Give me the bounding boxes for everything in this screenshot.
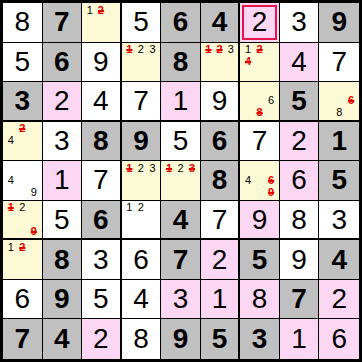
- cell-r4c4[interactable]: 9: [122, 122, 162, 162]
- cell-r9c6[interactable]: 5: [201, 319, 241, 359]
- cell-value: 9: [133, 127, 149, 155]
- cell-r2c9[interactable]: 7: [319, 43, 359, 83]
- cell-r2c7[interactable]: 124: [240, 43, 280, 83]
- cell-value: 5: [93, 285, 109, 313]
- candidates: 123: [161, 161, 200, 200]
- cell-r1c3[interactable]: 12: [82, 3, 122, 43]
- cell-r9c5[interactable]: 9: [161, 319, 201, 359]
- candidates: 123: [122, 43, 161, 82]
- cell-r1c5[interactable]: 6: [161, 3, 201, 43]
- candidates: 68: [240, 82, 279, 120]
- cell-r6c4[interactable]: 12: [122, 201, 162, 241]
- cell-r8c7[interactable]: 8: [240, 280, 280, 320]
- cell-value: 4: [93, 87, 109, 115]
- cell-value: 2: [252, 8, 268, 36]
- excluded-candidate-6: 6: [265, 174, 277, 186]
- cell-r5c8[interactable]: 6: [280, 161, 320, 201]
- excluded-candidate-2: 2: [214, 44, 225, 56]
- cell-r5c4[interactable]: 123: [122, 161, 162, 201]
- cell-value: 5: [133, 8, 149, 36]
- excluded-candidate-9: 9: [265, 187, 277, 199]
- cell-r2c8[interactable]: 4: [280, 43, 320, 83]
- cell-value: 1: [291, 325, 307, 353]
- cell-r9c7[interactable]: 3: [240, 319, 280, 359]
- cell-value: 9: [93, 48, 109, 76]
- cell-r8c4[interactable]: 4: [122, 280, 162, 320]
- cell-r3c1[interactable]: 3: [3, 82, 43, 122]
- cell-r3c2[interactable]: 2: [43, 82, 83, 122]
- cell-value: 2: [291, 127, 307, 155]
- candidate-2: 2: [135, 162, 147, 174]
- cell-r1c1[interactable]: 8: [3, 3, 43, 43]
- cell-value: 8: [173, 48, 189, 76]
- cell-value: 3: [54, 127, 70, 155]
- cell-value: 4: [173, 206, 189, 234]
- cell-value: 8: [54, 246, 70, 274]
- cell-r5c6[interactable]: 8: [201, 161, 241, 201]
- cell-value: 1: [54, 166, 70, 194]
- cell-value: 5: [14, 48, 30, 76]
- cell-r6c2[interactable]: 5: [43, 201, 83, 241]
- cell-value: 7: [212, 206, 228, 234]
- candidate-2: 2: [135, 202, 147, 214]
- cell-r2c4[interactable]: 123: [122, 43, 162, 83]
- candidate-2: 2: [17, 202, 29, 214]
- cell-value: 6: [54, 48, 70, 76]
- cell-value: 7: [93, 166, 109, 194]
- cell-r6c5[interactable]: 4: [161, 201, 201, 241]
- cell-r3c8[interactable]: 5: [280, 82, 320, 122]
- cell-r7c1[interactable]: 12: [3, 240, 43, 280]
- cell-r5c2[interactable]: 1: [43, 161, 83, 201]
- cell-value: 1: [331, 127, 347, 155]
- sudoku-grid: 8712564239569123812312447324719685682438…: [0, 0, 362, 362]
- cell-value: 7: [331, 48, 347, 76]
- cell-value: 8: [291, 206, 307, 234]
- excluded-candidate-2: 2: [17, 241, 29, 253]
- cell-r8c3[interactable]: 5: [82, 280, 122, 320]
- cell-r2c6[interactable]: 123: [201, 43, 241, 83]
- cell-value: 8: [93, 127, 109, 155]
- candidates: 68: [319, 82, 359, 120]
- cell-value: 2: [54, 87, 70, 115]
- cell-r4c5[interactable]: 5: [161, 122, 201, 162]
- cell-value: 8: [14, 8, 30, 36]
- cell-r7c9[interactable]: 4: [319, 240, 359, 280]
- cell-value: 5: [331, 166, 347, 194]
- cell-r7c3[interactable]: 3: [82, 240, 122, 280]
- cell-r6c9[interactable]: 3: [319, 201, 359, 241]
- candidates: 129: [3, 201, 42, 239]
- cell-value: 9: [331, 8, 347, 36]
- candidates: 12: [82, 3, 120, 42]
- excluded-candidate-6: 6: [345, 95, 357, 107]
- cell-r1c9[interactable]: 9: [319, 3, 359, 43]
- cell-value: 7: [133, 87, 149, 115]
- candidates: 123: [122, 161, 161, 200]
- cell-value: 5: [173, 127, 189, 155]
- candidate-9: 9: [28, 187, 40, 199]
- excluded-candidate-1: 1: [124, 162, 136, 174]
- excluded-candidate-2: 2: [17, 123, 29, 135]
- cell-value: 6: [133, 246, 149, 274]
- cell-value: 3: [93, 246, 109, 274]
- cell-r9c1[interactable]: 7: [3, 319, 43, 359]
- cell-r2c2[interactable]: 6: [43, 43, 83, 83]
- cell-r8c6[interactable]: 1: [201, 280, 241, 320]
- cell-value: 1: [212, 285, 228, 313]
- cell-r9c3[interactable]: 2: [82, 319, 122, 359]
- cell-value: 8: [252, 285, 268, 313]
- cell-r5c5[interactable]: 123: [161, 161, 201, 201]
- candidate-6: 6: [265, 95, 277, 107]
- cell-value: 6: [14, 285, 30, 313]
- cell-r1c8[interactable]: 3: [280, 3, 320, 43]
- cell-r3c7[interactable]: 68: [240, 82, 280, 122]
- cell-value: 5: [252, 246, 268, 274]
- cell-value: 2: [212, 246, 228, 274]
- cell-value: 6: [212, 127, 228, 155]
- candidates: 12: [3, 240, 42, 279]
- cell-value: 5: [212, 325, 228, 353]
- cell-value: 1: [173, 87, 189, 115]
- cell-r8c8[interactable]: 7: [280, 280, 320, 320]
- cell-r4c2[interactable]: 3: [43, 122, 83, 162]
- cell-r4c1[interactable]: 24: [3, 122, 43, 162]
- cell-value: 3: [14, 87, 30, 115]
- candidate-1: 1: [84, 4, 95, 16]
- cell-value: 7: [54, 8, 70, 36]
- cell-value: 9: [212, 87, 228, 115]
- excluded-candidate-4: 4: [242, 56, 254, 68]
- cell-value: 4: [54, 325, 70, 353]
- cell-r1c2[interactable]: 7: [43, 3, 83, 43]
- cell-value: 2: [331, 285, 347, 313]
- candidate-4: 4: [5, 174, 17, 186]
- cell-value: 9: [252, 206, 268, 234]
- candidate-2: 2: [175, 162, 187, 174]
- candidates: 24: [3, 122, 42, 161]
- cell-r4c3[interactable]: 8: [82, 122, 122, 162]
- candidates: 49: [3, 161, 42, 200]
- cell-r4c6[interactable]: 6: [201, 122, 241, 162]
- cell-value: 7: [14, 325, 30, 353]
- cell-r7c8[interactable]: 9: [280, 240, 320, 280]
- candidate-4: 4: [5, 135, 17, 147]
- excluded-candidate-1: 1: [163, 162, 175, 174]
- cell-r2c5[interactable]: 8: [161, 43, 201, 83]
- cell-value: 6: [93, 206, 109, 234]
- cell-r6c8[interactable]: 8: [280, 201, 320, 241]
- cell-r3c9[interactable]: 68: [319, 82, 359, 122]
- candidates: 12: [122, 201, 161, 239]
- cell-r2c1[interactable]: 5: [3, 43, 43, 83]
- candidate-3: 3: [147, 44, 159, 56]
- cell-r3c3[interactable]: 4: [82, 82, 122, 122]
- cell-r4c9[interactable]: 1: [319, 122, 359, 162]
- cell-value: 9: [291, 246, 307, 274]
- cell-value: 5: [291, 87, 307, 115]
- cell-r6c3[interactable]: 6: [82, 201, 122, 241]
- cell-r7c6[interactable]: 2: [201, 240, 241, 280]
- cell-r1c4[interactable]: 5: [122, 3, 162, 43]
- cell-r9c2[interactable]: 4: [43, 319, 83, 359]
- cell-r6c7[interactable]: 9: [240, 201, 280, 241]
- cell-value: 6: [291, 166, 307, 194]
- cell-value: 8: [212, 166, 228, 194]
- candidate-1: 1: [5, 241, 17, 253]
- cell-r9c4[interactable]: 8: [122, 319, 162, 359]
- excluded-candidate-2: 2: [254, 44, 266, 56]
- cell-r4c8[interactable]: 2: [280, 122, 320, 162]
- cell-value: 7: [252, 127, 268, 155]
- cell-r1c6[interactable]: 4: [201, 3, 241, 43]
- cell-r7c2[interactable]: 8: [43, 240, 83, 280]
- excluded-candidate-3: 3: [186, 162, 198, 174]
- cell-value: 4: [331, 246, 347, 274]
- cell-r9c9[interactable]: 6: [319, 319, 359, 359]
- cell-r4c7[interactable]: 7: [240, 122, 280, 162]
- cell-value: 4: [291, 48, 307, 76]
- candidates: 123: [201, 43, 239, 82]
- excluded-candidate-2: 2: [95, 4, 106, 16]
- cell-value: 3: [331, 206, 347, 234]
- cell-value: 8: [133, 325, 149, 353]
- cell-value: 7: [291, 285, 307, 313]
- cell-r7c5[interactable]: 7: [161, 240, 201, 280]
- cell-value: 9: [54, 285, 70, 313]
- cell-r9c8[interactable]: 1: [280, 319, 320, 359]
- cell-r3c5[interactable]: 1: [161, 82, 201, 122]
- cell-r8c2[interactable]: 9: [43, 280, 83, 320]
- candidate-8: 8: [333, 107, 345, 119]
- cell-r6c1[interactable]: 129: [3, 201, 43, 241]
- cell-value: 4: [133, 285, 149, 313]
- candidates: 469: [240, 161, 279, 200]
- cell-r5c1[interactable]: 49: [3, 161, 43, 201]
- cell-r8c9[interactable]: 2: [319, 280, 359, 320]
- cell-r7c7[interactable]: 5: [240, 240, 280, 280]
- excluded-candidate-9: 9: [28, 225, 40, 237]
- cell-value: 6: [331, 325, 347, 353]
- cell-value: 3: [252, 325, 268, 353]
- cell-value: 6: [173, 8, 189, 36]
- excluded-candidate-1: 1: [5, 202, 17, 214]
- cell-value: 3: [173, 285, 189, 313]
- cell-r3c6[interactable]: 9: [201, 82, 241, 122]
- candidate-1: 1: [242, 44, 254, 56]
- cell-r5c9[interactable]: 5: [319, 161, 359, 201]
- candidate-3: 3: [225, 44, 236, 56]
- cell-r6c6[interactable]: 7: [201, 201, 241, 241]
- cell-value: 2: [93, 325, 109, 353]
- cell-r3c4[interactable]: 7: [122, 82, 162, 122]
- excluded-candidate-1: 1: [124, 44, 136, 56]
- cell-r8c5[interactable]: 3: [161, 280, 201, 320]
- candidate-4: 4: [242, 174, 254, 186]
- cell-r5c7[interactable]: 469: [240, 161, 280, 201]
- cell-r8c1[interactable]: 6: [3, 280, 43, 320]
- excluded-candidate-8: 8: [254, 107, 266, 119]
- cell-value: 3: [291, 8, 307, 36]
- candidates: 124: [240, 43, 279, 82]
- excluded-candidate-1: 1: [203, 44, 214, 56]
- cell-value: 7: [173, 246, 189, 274]
- cell-r2c3[interactable]: 9: [82, 43, 122, 83]
- cell-r7c4[interactable]: 6: [122, 240, 162, 280]
- cell-value: 4: [212, 8, 228, 36]
- candidate-1: 1: [124, 202, 136, 214]
- cell-r5c3[interactable]: 7: [82, 161, 122, 201]
- cell-value: 9: [173, 325, 189, 353]
- cell-r1c7[interactable]: 2: [240, 3, 280, 43]
- candidate-3: 3: [147, 162, 159, 174]
- cell-value: 5: [54, 206, 70, 234]
- candidate-2: 2: [135, 44, 147, 56]
